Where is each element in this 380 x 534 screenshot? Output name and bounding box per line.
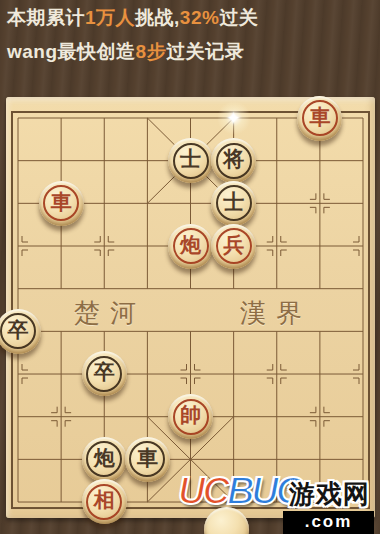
piece-black-士[interactable]: 士 bbox=[211, 181, 256, 226]
stats-text: 过关 bbox=[219, 7, 258, 28]
piece-red-炮[interactable]: 炮 bbox=[168, 224, 213, 269]
piece-black-炮[interactable]: 炮 bbox=[82, 437, 127, 482]
piece-black-士[interactable]: 士 bbox=[168, 138, 213, 183]
stats-count-highlight: 1万人 bbox=[85, 7, 135, 28]
piece-black-車[interactable]: 車 bbox=[125, 437, 170, 482]
stats-percent-highlight: 32% bbox=[180, 7, 220, 28]
record-text: wang最快创造 bbox=[7, 41, 136, 62]
pieces-grid: 車士将車士炮兵卒卒帥炮車相 bbox=[0, 97, 380, 524]
challenge-stats-line: 本期累计1万人挑战,32%过关 bbox=[7, 5, 258, 31]
piece-red-車[interactable]: 車 bbox=[297, 96, 342, 141]
stats-text: 挑战, bbox=[135, 7, 180, 28]
record-holder-line: wang最快创造8步过关记录 bbox=[7, 39, 244, 65]
piece-black-卒[interactable]: 卒 bbox=[82, 351, 127, 396]
xiangqi-board[interactable]: 楚河 漢界 車士将車士炮兵卒卒帥炮車相 ✦ bbox=[6, 97, 375, 518]
record-text: 过关记录 bbox=[166, 41, 244, 62]
piece-red-兵[interactable]: 兵 bbox=[211, 224, 256, 269]
piece-red-車[interactable]: 車 bbox=[39, 181, 84, 226]
app-screen: 本期累计1万人挑战,32%过关 wang最快创造8步过关记录 楚河 漢界 車士将… bbox=[0, 0, 380, 534]
stats-text: 本期累计 bbox=[7, 7, 85, 28]
piece-black-将[interactable]: 将 bbox=[211, 138, 256, 183]
record-steps-highlight: 8步 bbox=[136, 41, 167, 62]
piece-black-卒[interactable]: 卒 bbox=[0, 309, 41, 354]
piece-red-相[interactable]: 相 bbox=[82, 479, 127, 524]
piece-red-帥[interactable]: 帥 bbox=[168, 394, 213, 439]
